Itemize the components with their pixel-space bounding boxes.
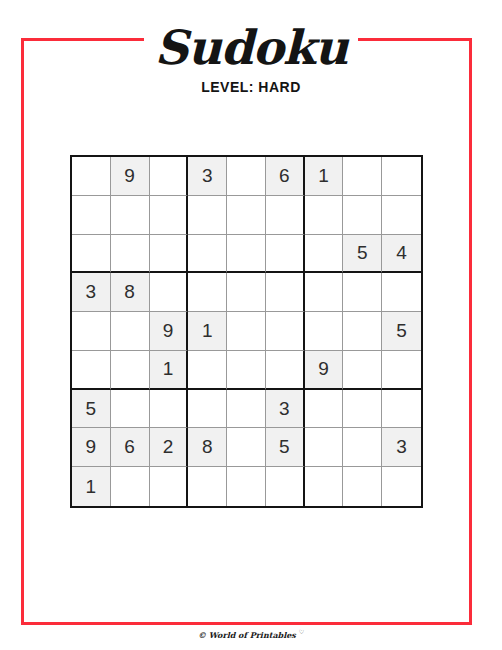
sudoku-cell-given: 5: [382, 312, 421, 351]
sudoku-cell-empty[interactable]: [111, 312, 150, 351]
sudoku-cell-empty[interactable]: [305, 467, 344, 506]
sudoku-cell-empty[interactable]: [343, 351, 382, 390]
sudoku-cell-empty[interactable]: [72, 312, 111, 351]
sudoku-cell-empty[interactable]: [343, 428, 382, 467]
sudoku-cell-empty[interactable]: [188, 467, 227, 506]
page-title: Sudoku: [144, 20, 358, 76]
sudoku-cell-given: 3: [382, 428, 421, 467]
sudoku-cell-empty[interactable]: [382, 390, 421, 429]
printable-page: Sudoku LEVEL: HARD 936154389151953962853…: [0, 0, 502, 650]
sudoku-cell-empty[interactable]: [343, 273, 382, 312]
sudoku-cell-empty[interactable]: [188, 235, 227, 274]
sudoku-cell-empty[interactable]: [227, 196, 266, 235]
sudoku-cell-empty[interactable]: [227, 351, 266, 390]
sudoku-cell-empty[interactable]: [305, 196, 344, 235]
sudoku-cell-given: 6: [266, 157, 305, 196]
sudoku-cell-empty[interactable]: [111, 235, 150, 274]
sudoku-cell-empty[interactable]: [111, 351, 150, 390]
sudoku-cell-empty[interactable]: [111, 390, 150, 429]
sudoku-cell-empty[interactable]: [227, 273, 266, 312]
sudoku-cell-empty[interactable]: [188, 390, 227, 429]
sudoku-cell-empty[interactable]: [343, 312, 382, 351]
sudoku-cell-given: 3: [72, 273, 111, 312]
sudoku-cell-given: 2: [150, 428, 189, 467]
sudoku-cell-empty[interactable]: [150, 467, 189, 506]
sudoku-cell-empty[interactable]: [382, 351, 421, 390]
sudoku-cell-given: 5: [343, 235, 382, 274]
sudoku-grid: 9361543891519539628531: [70, 155, 423, 508]
sudoku-cell-given: 1: [150, 351, 189, 390]
sudoku-cell-empty[interactable]: [382, 273, 421, 312]
sudoku-cell-given: 9: [72, 428, 111, 467]
sudoku-cell-empty[interactable]: [111, 196, 150, 235]
sudoku-cell-empty[interactable]: [382, 196, 421, 235]
sudoku-cell-empty[interactable]: [343, 157, 382, 196]
sudoku-cell-given: 8: [188, 428, 227, 467]
sudoku-cell-empty[interactable]: [305, 235, 344, 274]
heart-icon: ♡: [299, 628, 304, 635]
title-block: Sudoku LEVEL: HARD: [144, 14, 358, 99]
sudoku-cell-empty[interactable]: [72, 351, 111, 390]
sudoku-cell-empty[interactable]: [305, 273, 344, 312]
sudoku-cell-empty[interactable]: [305, 428, 344, 467]
sudoku-cell-empty[interactable]: [188, 196, 227, 235]
sudoku-cell-given: 1: [305, 157, 344, 196]
sudoku-cell-empty[interactable]: [266, 273, 305, 312]
sudoku-cell-empty[interactable]: [111, 467, 150, 506]
sudoku-cell-empty[interactable]: [150, 157, 189, 196]
sudoku-cell-empty[interactable]: [266, 312, 305, 351]
level-subtitle: LEVEL: HARD: [144, 79, 358, 99]
sudoku-cell-given: 9: [111, 157, 150, 196]
footer-logo: © World of Printables ♡: [0, 628, 502, 640]
sudoku-cell-empty[interactable]: [305, 390, 344, 429]
sudoku-cell-empty[interactable]: [382, 157, 421, 196]
sudoku-cell-given: 1: [72, 467, 111, 506]
sudoku-cell-empty[interactable]: [150, 273, 189, 312]
sudoku-cell-given: 5: [266, 428, 305, 467]
sudoku-cell-empty[interactable]: [150, 390, 189, 429]
sudoku-cell-empty[interactable]: [343, 196, 382, 235]
sudoku-cell-given: 6: [111, 428, 150, 467]
sudoku-cell-empty[interactable]: [72, 196, 111, 235]
sudoku-cell-given: 1: [188, 312, 227, 351]
sudoku-cell-given: 8: [111, 273, 150, 312]
sudoku-cell-empty[interactable]: [382, 467, 421, 506]
sudoku-cell-empty[interactable]: [266, 235, 305, 274]
sudoku-cell-empty[interactable]: [227, 312, 266, 351]
sudoku-cell-empty[interactable]: [150, 235, 189, 274]
sudoku-cell-empty[interactable]: [227, 390, 266, 429]
sudoku-cell-empty[interactable]: [188, 351, 227, 390]
sudoku-cell-given: 4: [382, 235, 421, 274]
sudoku-cell-given: 9: [305, 351, 344, 390]
sudoku-cell-given: 9: [150, 312, 189, 351]
sudoku-cell-empty[interactable]: [227, 235, 266, 274]
sudoku-cell-empty[interactable]: [343, 390, 382, 429]
sudoku-cell-empty[interactable]: [305, 312, 344, 351]
sudoku-cell-given: 3: [188, 157, 227, 196]
sudoku-cell-empty[interactable]: [343, 467, 382, 506]
sudoku-cell-empty[interactable]: [72, 157, 111, 196]
sudoku-cell-empty[interactable]: [266, 351, 305, 390]
footer-text: © World of Printables: [198, 630, 296, 640]
sudoku-cell-empty[interactable]: [227, 467, 266, 506]
sudoku-cell-empty[interactable]: [72, 235, 111, 274]
sudoku-cell-given: 3: [266, 390, 305, 429]
sudoku-cell-empty[interactable]: [266, 196, 305, 235]
sudoku-cell-given: 5: [72, 390, 111, 429]
sudoku-cell-empty[interactable]: [188, 273, 227, 312]
sudoku-cell-empty[interactable]: [150, 196, 189, 235]
sudoku-cell-empty[interactable]: [227, 157, 266, 196]
sudoku-cell-empty[interactable]: [227, 428, 266, 467]
sudoku-cell-empty[interactable]: [266, 467, 305, 506]
